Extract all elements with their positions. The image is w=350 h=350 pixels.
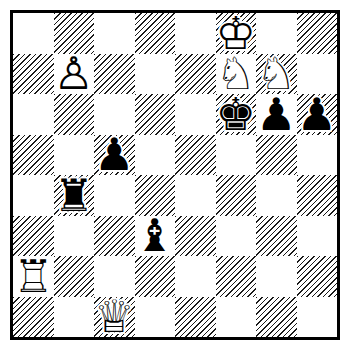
square-d7[interactable] [135, 54, 176, 95]
square-b2[interactable] [54, 256, 95, 297]
piece-white-queen[interactable]: ♛♕ [94, 297, 135, 338]
chess-board: ♚♔♟♙♞♘♞♘♚♚♟♟♟♟♟♟♜♜♝♝♜♖♛♕ [10, 10, 340, 340]
square-a5[interactable] [13, 135, 54, 176]
square-b7[interactable]: ♟♙ [54, 54, 95, 95]
square-f3[interactable] [216, 216, 257, 257]
black-king-glyph: ♚ [216, 94, 257, 135]
chess-diagram: ♚♔♟♙♞♘♞♘♚♚♟♟♟♟♟♟♜♜♝♝♜♖♛♕ [0, 0, 350, 350]
square-c1[interactable]: ♛♕ [94, 297, 135, 338]
black-pawn-glyph: ♟ [297, 94, 338, 135]
square-g6[interactable]: ♟♟ [256, 94, 297, 135]
square-a2[interactable]: ♜♖ [13, 256, 54, 297]
square-c4[interactable] [94, 175, 135, 216]
square-h2[interactable] [297, 256, 338, 297]
square-h8[interactable] [297, 13, 338, 54]
piece-black-pawn[interactable]: ♟♟ [94, 135, 135, 176]
square-h1[interactable] [297, 297, 338, 338]
square-e6[interactable] [175, 94, 216, 135]
square-h3[interactable] [297, 216, 338, 257]
square-d5[interactable] [135, 135, 176, 176]
square-e4[interactable] [175, 175, 216, 216]
piece-black-pawn[interactable]: ♟♟ [256, 94, 297, 135]
piece-black-rook[interactable]: ♜♜ [54, 175, 95, 216]
square-c5[interactable]: ♟♟ [94, 135, 135, 176]
square-g2[interactable] [256, 256, 297, 297]
square-e3[interactable] [175, 216, 216, 257]
square-b1[interactable] [54, 297, 95, 338]
white-pawn-glyph: ♙ [54, 54, 95, 95]
square-e8[interactable] [175, 13, 216, 54]
black-bishop-glyph: ♝ [135, 216, 176, 257]
piece-white-pawn[interactable]: ♟♙ [54, 54, 95, 95]
square-a7[interactable] [13, 54, 54, 95]
square-d6[interactable] [135, 94, 176, 135]
black-rook-glyph: ♜ [54, 175, 95, 216]
white-rook-glyph: ♖ [13, 256, 54, 297]
square-c7[interactable] [94, 54, 135, 95]
square-h6[interactable]: ♟♟ [297, 94, 338, 135]
piece-black-bishop[interactable]: ♝♝ [135, 216, 176, 257]
square-e2[interactable] [175, 256, 216, 297]
square-g1[interactable] [256, 297, 297, 338]
white-queen-glyph: ♕ [94, 297, 135, 338]
square-c8[interactable] [94, 13, 135, 54]
square-d1[interactable] [135, 297, 176, 338]
square-d8[interactable] [135, 13, 176, 54]
square-h4[interactable] [297, 175, 338, 216]
square-a8[interactable] [13, 13, 54, 54]
square-b6[interactable] [54, 94, 95, 135]
square-e1[interactable] [175, 297, 216, 338]
square-f1[interactable] [216, 297, 257, 338]
square-g3[interactable] [256, 216, 297, 257]
square-f4[interactable] [216, 175, 257, 216]
square-d3[interactable]: ♝♝ [135, 216, 176, 257]
square-c3[interactable] [94, 216, 135, 257]
piece-black-king[interactable]: ♚♚ [216, 94, 257, 135]
square-f2[interactable] [216, 256, 257, 297]
black-pawn-glyph: ♟ [94, 135, 135, 176]
black-pawn-glyph: ♟ [256, 94, 297, 135]
square-e5[interactable] [175, 135, 216, 176]
square-a4[interactable] [13, 175, 54, 216]
square-b4[interactable]: ♜♜ [54, 175, 95, 216]
piece-black-pawn[interactable]: ♟♟ [297, 94, 338, 135]
square-f6[interactable]: ♚♚ [216, 94, 257, 135]
piece-white-rook[interactable]: ♜♖ [13, 256, 54, 297]
square-e7[interactable] [175, 54, 216, 95]
square-a6[interactable] [13, 94, 54, 135]
square-g4[interactable] [256, 175, 297, 216]
square-d2[interactable] [135, 256, 176, 297]
